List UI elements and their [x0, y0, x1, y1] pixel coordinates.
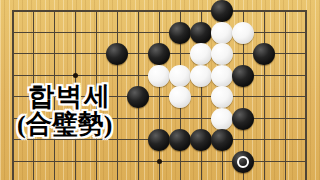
black-stone [106, 43, 128, 65]
board-intersection [44, 172, 65, 180]
grid-line-horizontal [12, 161, 23, 162]
grid-line-horizontal [275, 139, 296, 140]
grid-line-vertical [201, 172, 202, 180]
grid-line-horizontal [170, 10, 191, 12]
board-intersection [191, 108, 212, 130]
board-intersection [233, 172, 254, 180]
board-intersection [128, 129, 149, 151]
grid-line-horizontal [65, 10, 86, 12]
board-intersection [44, 22, 65, 44]
board-intersection [86, 0, 107, 22]
board-intersection [254, 22, 275, 44]
board-intersection [212, 65, 233, 87]
board-intersection [275, 151, 296, 173]
grid-line-horizontal [254, 161, 275, 162]
star-point [157, 159, 162, 164]
grid-line-horizontal [233, 139, 254, 140]
board-intersection [296, 86, 317, 108]
board-intersection [44, 43, 65, 65]
board-intersection [170, 65, 191, 87]
board-intersection [86, 43, 107, 65]
grid-line-horizontal [107, 32, 128, 33]
board-intersection [86, 22, 107, 44]
board-intersection [23, 0, 44, 22]
board-intersection [23, 151, 44, 173]
grid-line-horizontal [44, 161, 65, 162]
grid-line-horizontal [212, 161, 233, 162]
grid-line-vertical [138, 172, 139, 180]
grid-line-vertical [285, 172, 286, 180]
board-intersection [212, 43, 233, 65]
grid-line-horizontal [233, 10, 254, 12]
grid-line-horizontal [275, 118, 296, 119]
board-intersection [2, 65, 23, 87]
grid-line-horizontal [23, 53, 44, 54]
board-intersection [107, 151, 128, 173]
grid-line-horizontal [296, 139, 307, 140]
board-intersection [191, 172, 212, 180]
white-stone [190, 43, 212, 65]
board-intersection [149, 65, 170, 87]
grid-line-horizontal [191, 10, 212, 12]
grid-line-horizontal [44, 75, 65, 76]
board-intersection [149, 108, 170, 130]
board-intersection [254, 108, 275, 130]
board-intersection [128, 86, 149, 108]
board-intersection [149, 151, 170, 173]
board-intersection [275, 129, 296, 151]
grid-line-horizontal [44, 10, 65, 12]
grid-line-horizontal [107, 75, 128, 76]
board-intersection [233, 108, 254, 130]
board-intersection [212, 151, 233, 173]
grid-line-horizontal [128, 32, 149, 33]
grid-line-horizontal [12, 10, 23, 12]
board-intersection [296, 65, 317, 87]
board-intersection [296, 151, 317, 173]
grid-line-horizontal [12, 53, 23, 54]
board-intersection [2, 43, 23, 65]
grid-line-horizontal [12, 96, 23, 97]
grid-line-horizontal [44, 139, 65, 140]
board-intersection [170, 108, 191, 130]
white-stone [148, 65, 170, 87]
grid-line-vertical [180, 172, 181, 180]
grid-line-horizontal [23, 161, 44, 162]
grid-line-horizontal [296, 10, 307, 12]
grid-line-horizontal [65, 53, 86, 54]
grid-line-horizontal [275, 53, 296, 54]
board-intersection [212, 22, 233, 44]
grid-line-horizontal [12, 32, 23, 33]
board-intersection [275, 65, 296, 87]
grid-line-horizontal [254, 139, 275, 140]
last-move-marker [237, 156, 249, 168]
white-stone [211, 43, 233, 65]
board-intersection [212, 172, 233, 180]
black-stone [148, 43, 170, 65]
board-intersection [128, 43, 149, 65]
board-intersection [254, 86, 275, 108]
board-intersection [149, 22, 170, 44]
grid-line-vertical [54, 172, 55, 180]
board-intersection [296, 0, 317, 22]
grid-line-vertical [243, 172, 244, 180]
board-intersection [2, 22, 23, 44]
grid-line-horizontal [233, 96, 254, 97]
board-intersection [128, 151, 149, 173]
board-intersection [65, 22, 86, 44]
grid-line-horizontal [296, 96, 307, 97]
board-intersection [233, 86, 254, 108]
grid-line-horizontal [296, 118, 307, 119]
grid-line-horizontal [86, 10, 107, 12]
board-intersection [275, 172, 296, 180]
black-stone [211, 129, 233, 151]
white-stone [211, 22, 233, 44]
grid-line-horizontal [23, 139, 44, 140]
board-intersection [128, 108, 149, 130]
board-intersection [191, 86, 212, 108]
grid-line-horizontal [254, 96, 275, 97]
board-intersection [275, 22, 296, 44]
grid-line-horizontal [254, 118, 275, 119]
grid-line-horizontal [275, 75, 296, 76]
board-intersection [254, 0, 275, 22]
board-intersection [233, 65, 254, 87]
grid-line-horizontal [128, 75, 149, 76]
board-intersection [65, 172, 86, 180]
grid-line-horizontal [275, 32, 296, 33]
go-diagram-thumbnail: 합벽세 (合璧勢) [0, 0, 320, 180]
board-intersection [128, 22, 149, 44]
grid-line-horizontal [128, 139, 149, 140]
grid-line-horizontal [275, 96, 296, 97]
title-korean: 합벽세 [28, 84, 112, 110]
board-intersection [44, 151, 65, 173]
board-intersection [170, 172, 191, 180]
grid-line-horizontal [86, 161, 107, 162]
board-intersection [296, 129, 317, 151]
grid-line-horizontal [65, 32, 86, 33]
grid-line-horizontal [233, 53, 254, 54]
board-intersection [23, 172, 44, 180]
board-intersection [296, 108, 317, 130]
white-stone [190, 65, 212, 87]
grid-line-vertical [33, 172, 34, 180]
black-stone [190, 129, 212, 151]
board-intersection [128, 65, 149, 87]
white-stone [169, 65, 191, 87]
board-intersection [191, 43, 212, 65]
grid-line-vertical [222, 172, 223, 180]
board-intersection [149, 172, 170, 180]
board-intersection [296, 172, 317, 180]
grid-line-horizontal [149, 118, 170, 119]
white-stone [232, 22, 254, 44]
black-stone [211, 0, 233, 22]
board-intersection [2, 172, 23, 180]
board-intersection [44, 0, 65, 22]
grid-line-horizontal [296, 53, 307, 54]
board-intersection [233, 129, 254, 151]
board-intersection [170, 129, 191, 151]
board-intersection [128, 172, 149, 180]
grid-line-horizontal [128, 161, 149, 162]
board-intersection [254, 151, 275, 173]
grid-line-horizontal [107, 139, 128, 140]
grid-line-horizontal [275, 10, 296, 12]
black-stone [190, 22, 212, 44]
grid-line-horizontal [254, 32, 275, 33]
board-intersection [275, 86, 296, 108]
board-intersection [65, 151, 86, 173]
board-intersection [107, 22, 128, 44]
board-intersection [275, 108, 296, 130]
board-intersection [191, 65, 212, 87]
title-hanja: (合璧勢) [17, 112, 112, 138]
board-intersection [65, 43, 86, 65]
board-intersection [65, 0, 86, 22]
board-intersection [212, 129, 233, 151]
board-intersection [149, 0, 170, 22]
board-intersection [149, 129, 170, 151]
black-stone [169, 22, 191, 44]
grid-line-vertical [75, 172, 76, 180]
white-stone [211, 65, 233, 87]
white-stone [211, 86, 233, 108]
board-intersection [128, 0, 149, 22]
board-intersection [170, 0, 191, 22]
board-intersection [254, 43, 275, 65]
board-intersection [149, 43, 170, 65]
board-intersection [254, 172, 275, 180]
board-intersection [2, 151, 23, 173]
board-intersection [191, 129, 212, 151]
grid-line-horizontal [275, 161, 296, 162]
board-intersection [191, 22, 212, 44]
black-stone [169, 129, 191, 151]
grid-line-horizontal [191, 96, 212, 97]
grid-line-horizontal [170, 118, 191, 119]
grid-line-horizontal [254, 10, 275, 12]
grid-line-vertical [117, 172, 118, 180]
grid-line-horizontal [65, 139, 86, 140]
board-intersection [2, 0, 23, 22]
grid-line-horizontal [296, 75, 307, 76]
black-stone [253, 43, 275, 65]
board-intersection [212, 0, 233, 22]
grid-line-horizontal [149, 96, 170, 97]
grid-line-horizontal [128, 53, 149, 54]
grid-line-horizontal [23, 32, 44, 33]
grid-line-horizontal [191, 118, 212, 119]
white-stone [211, 108, 233, 130]
grid-line-horizontal [86, 53, 107, 54]
board-intersection [296, 43, 317, 65]
grid-line-horizontal [44, 32, 65, 33]
star-point [73, 73, 78, 78]
grid-line-vertical [96, 172, 97, 180]
board-intersection [233, 22, 254, 44]
grid-line-vertical [12, 172, 14, 180]
board-intersection [107, 172, 128, 180]
board-intersection [170, 43, 191, 65]
black-stone [148, 129, 170, 151]
black-stone [127, 86, 149, 108]
board-intersection [149, 86, 170, 108]
board-intersection [86, 172, 107, 180]
grid-line-horizontal [12, 139, 23, 140]
board-intersection [170, 86, 191, 108]
grid-line-horizontal [170, 161, 191, 162]
board-intersection [275, 0, 296, 22]
board-intersection [191, 0, 212, 22]
board-intersection [107, 43, 128, 65]
white-stone [169, 86, 191, 108]
board-intersection [23, 43, 44, 65]
board-intersection [191, 151, 212, 173]
grid-line-horizontal [170, 53, 191, 54]
black-stone [232, 65, 254, 87]
grid-line-horizontal [149, 10, 170, 12]
grid-line-horizontal [23, 10, 44, 12]
grid-line-horizontal [128, 118, 149, 119]
board-intersection [170, 22, 191, 44]
board-intersection [275, 43, 296, 65]
grid-line-horizontal [86, 75, 107, 76]
board-intersection [233, 0, 254, 22]
board-intersection [233, 43, 254, 65]
grid-line-vertical [159, 172, 160, 180]
grid-line-vertical [264, 172, 265, 180]
board-intersection [170, 151, 191, 173]
grid-line-horizontal [149, 32, 170, 33]
grid-line-horizontal [44, 53, 65, 54]
black-stone [232, 108, 254, 130]
board-intersection [233, 151, 254, 173]
black-stone [232, 151, 254, 173]
board-intersection [254, 129, 275, 151]
grid-line-horizontal [107, 10, 128, 12]
grid-line-horizontal [296, 161, 307, 162]
grid-line-horizontal [107, 161, 128, 162]
board-intersection [254, 65, 275, 87]
grid-line-horizontal [65, 161, 86, 162]
board-intersection [86, 151, 107, 173]
grid-line-horizontal [296, 32, 307, 33]
grid-line-horizontal [23, 75, 44, 76]
grid-line-vertical [305, 172, 307, 180]
board-intersection [23, 22, 44, 44]
board-intersection [2, 86, 23, 108]
board-intersection [212, 86, 233, 108]
grid-line-horizontal [191, 161, 212, 162]
board-intersection [296, 22, 317, 44]
grid-line-horizontal [12, 75, 23, 76]
grid-line-horizontal [254, 75, 275, 76]
board-intersection [107, 0, 128, 22]
grid-line-horizontal [128, 10, 149, 12]
board-intersection [212, 108, 233, 130]
grid-line-horizontal [86, 139, 107, 140]
grid-line-horizontal [86, 32, 107, 33]
